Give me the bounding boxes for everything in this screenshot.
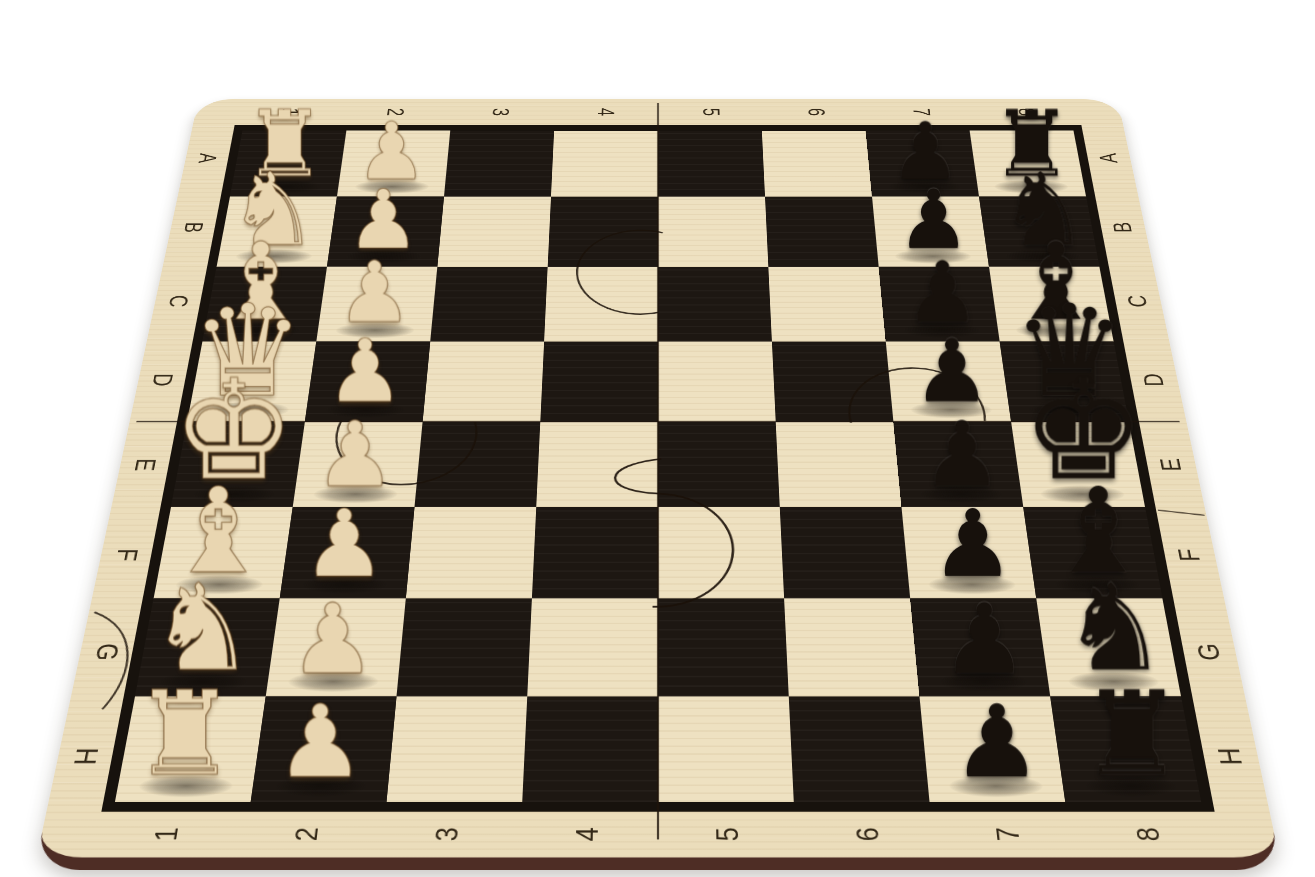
white-pawn-h2[interactable]: ♟	[274, 692, 364, 792]
square-c4[interactable]	[544, 267, 658, 342]
black-pawn-e7[interactable]: ♟	[921, 409, 1002, 499]
square-g5[interactable]	[658, 598, 789, 696]
square-a6[interactable]	[761, 131, 871, 197]
square-h6[interactable]	[788, 696, 929, 802]
square-h4[interactable]	[522, 696, 658, 802]
square-h3[interactable]	[386, 696, 527, 802]
rank-labels-bottom: 12345678	[92, 812, 1223, 858]
square-c5[interactable]	[658, 267, 772, 342]
square-e6[interactable]	[775, 422, 901, 507]
board-grid: ♜♟♟♜♞♟♟♞♝♟♟♝♛♟♟♛♚♟♟♚♝♟♟♝♞♟♟♞♜♟♟♜	[114, 131, 1200, 803]
square-d5[interactable]	[658, 342, 776, 422]
square-h7[interactable]: ♟	[919, 696, 1065, 802]
white-pawn-g2[interactable]: ♟	[288, 591, 375, 688]
white-pawn-f2[interactable]: ♟	[302, 497, 386, 590]
square-b4[interactable]	[547, 197, 657, 267]
square-f4[interactable]	[531, 507, 657, 598]
board-frame: ♜♟♟♜♞♟♟♞♝♟♟♝♛♟♟♛♚♟♟♚♝♟♟♝♞♟♟♞♜♟♟♜	[101, 125, 1214, 812]
square-a5[interactable]	[658, 131, 765, 197]
square-g6[interactable]	[784, 598, 919, 696]
square-d6[interactable]	[771, 342, 892, 422]
black-pawn-g7[interactable]: ♟	[940, 591, 1027, 688]
black-pawn-f7[interactable]: ♟	[930, 497, 1014, 590]
black-pawn-h7[interactable]: ♟	[951, 692, 1041, 792]
square-a3[interactable]	[443, 131, 553, 197]
square-e5[interactable]	[658, 422, 780, 507]
square-e4[interactable]	[536, 422, 658, 507]
square-c3[interactable]	[430, 267, 547, 342]
square-h1[interactable]: ♜	[114, 696, 265, 802]
square-g4[interactable]	[527, 598, 658, 696]
square-h8[interactable]: ♜	[1050, 696, 1201, 802]
square-h5[interactable]	[658, 696, 794, 802]
square-d4[interactable]	[540, 342, 658, 422]
square-f3[interactable]	[405, 507, 535, 598]
square-a4[interactable]	[550, 131, 657, 197]
white-pawn-e2[interactable]: ♟	[314, 409, 395, 499]
square-b3[interactable]	[437, 197, 551, 267]
square-g2[interactable]: ♟	[265, 598, 405, 696]
square-b6[interactable]	[765, 197, 879, 267]
square-c6[interactable]	[768, 267, 885, 342]
square-f5[interactable]	[658, 507, 784, 598]
square-e3[interactable]	[414, 422, 540, 507]
photo-scene: 12345678 12345678 ABCDEFGH ABCDEFGH ♜♟♟♜…	[0, 0, 1315, 877]
square-h2[interactable]: ♟	[250, 696, 396, 802]
square-g3[interactable]	[396, 598, 531, 696]
chess-board: 12345678 12345678 ABCDEFGH ABCDEFGH ♜♟♟♜…	[34, 99, 1282, 870]
square-b5[interactable]	[658, 197, 768, 267]
square-d3[interactable]	[422, 342, 543, 422]
square-f6[interactable]	[779, 507, 909, 598]
black-rook-h8[interactable]: ♜	[1079, 677, 1183, 793]
white-rook-h1[interactable]: ♜	[132, 677, 236, 793]
board-perspective-wrap: 12345678 12345678 ABCDEFGH ABCDEFGH ♜♟♟♜…	[34, 99, 1282, 870]
square-g7[interactable]: ♟	[910, 598, 1050, 696]
